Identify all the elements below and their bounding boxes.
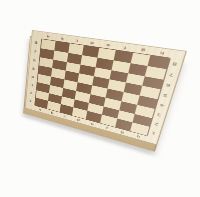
product-photo-scene: abcdefgh abcdefgh 87654321 87654321 (0, 0, 200, 197)
rank-label-1: 1 (27, 96, 34, 105)
chessboard: abcdefgh abcdefgh 87654321 87654321 (25, 30, 187, 145)
